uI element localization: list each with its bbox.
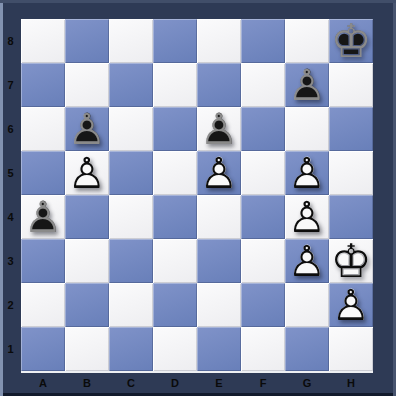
square-f4[interactable] (241, 195, 285, 239)
square-a6[interactable] (21, 107, 65, 151)
chess-board: ♚♔♟♙♟♙♟♙♟♙♟♙♟♙♟♙♟♙♟♙♚♔♟♙ (21, 19, 373, 373)
white-king-glyph-outline: ♔ (329, 239, 373, 283)
square-c6[interactable] (109, 107, 153, 151)
rank-label-5: 5 (0, 151, 21, 195)
piece-black-pawn[interactable]: ♟♙ (285, 63, 329, 107)
rank-label-4: 4 (0, 195, 21, 239)
square-h2[interactable]: ♟♙ (329, 283, 373, 327)
square-g2[interactable] (285, 283, 329, 327)
square-f5[interactable] (241, 151, 285, 195)
square-a8[interactable] (21, 19, 65, 63)
square-f1[interactable] (241, 327, 285, 371)
file-label-d: D (153, 373, 197, 393)
rank-label-2: 2 (0, 283, 21, 327)
file-label-a: A (21, 373, 65, 393)
square-e2[interactable] (197, 283, 241, 327)
white-pawn-glyph-outline: ♙ (285, 239, 329, 283)
piece-white-pawn[interactable]: ♟♙ (197, 151, 241, 195)
white-pawn-glyph-outline: ♙ (285, 195, 329, 239)
piece-white-pawn[interactable]: ♟♙ (285, 239, 329, 283)
piece-white-pawn[interactable]: ♟♙ (285, 151, 329, 195)
file-labels: ABCDEFGH (21, 373, 373, 393)
square-g3[interactable]: ♟♙ (285, 239, 329, 283)
square-g7[interactable]: ♟♙ (285, 63, 329, 107)
square-b2[interactable] (65, 283, 109, 327)
rank-label-3: 3 (0, 239, 21, 283)
square-h3[interactable]: ♚♔ (329, 239, 373, 283)
square-f8[interactable] (241, 19, 285, 63)
square-d6[interactable] (153, 107, 197, 151)
square-c7[interactable] (109, 63, 153, 107)
square-b7[interactable] (65, 63, 109, 107)
square-h5[interactable] (329, 151, 373, 195)
piece-black-pawn[interactable]: ♟♙ (21, 195, 65, 239)
square-d5[interactable] (153, 151, 197, 195)
square-f6[interactable] (241, 107, 285, 151)
black-king-glyph-outline: ♔ (329, 19, 373, 63)
square-b8[interactable] (65, 19, 109, 63)
piece-white-pawn[interactable]: ♟♙ (285, 195, 329, 239)
file-label-g: G (285, 373, 329, 393)
white-pawn-glyph-outline: ♙ (65, 151, 109, 195)
square-d8[interactable] (153, 19, 197, 63)
square-c5[interactable] (109, 151, 153, 195)
square-a1[interactable] (21, 327, 65, 371)
piece-black-pawn[interactable]: ♟♙ (197, 107, 241, 151)
square-a7[interactable] (21, 63, 65, 107)
piece-white-pawn[interactable]: ♟♙ (329, 283, 373, 327)
square-c2[interactable] (109, 283, 153, 327)
chess-board-widget: ♚♔♟♙♟♙♟♙♟♙♟♙♟♙♟♙♟♙♟♙♚♔♟♙ 87654321 ABCDEF… (0, 0, 396, 396)
rank-label-7: 7 (0, 63, 21, 107)
square-g8[interactable] (285, 19, 329, 63)
square-e5[interactable]: ♟♙ (197, 151, 241, 195)
black-pawn-glyph-outline: ♙ (21, 195, 65, 239)
rank-labels: 87654321 (0, 19, 21, 371)
square-a4[interactable]: ♟♙ (21, 195, 65, 239)
square-b3[interactable] (65, 239, 109, 283)
file-label-e: E (197, 373, 241, 393)
square-b4[interactable] (65, 195, 109, 239)
square-c3[interactable] (109, 239, 153, 283)
rank-label-6: 6 (0, 107, 21, 151)
black-pawn-glyph-outline: ♙ (65, 107, 109, 151)
square-b1[interactable] (65, 327, 109, 371)
square-h4[interactable] (329, 195, 373, 239)
square-c1[interactable] (109, 327, 153, 371)
piece-black-king[interactable]: ♚♔ (329, 19, 373, 63)
white-pawn-glyph-outline: ♙ (329, 283, 373, 327)
square-e8[interactable] (197, 19, 241, 63)
square-d1[interactable] (153, 327, 197, 371)
square-a2[interactable] (21, 283, 65, 327)
square-g6[interactable] (285, 107, 329, 151)
file-label-b: B (65, 373, 109, 393)
white-pawn-glyph-outline: ♙ (285, 151, 329, 195)
piece-black-pawn[interactable]: ♟♙ (65, 107, 109, 151)
square-h1[interactable] (329, 327, 373, 371)
square-e3[interactable] (197, 239, 241, 283)
square-h6[interactable] (329, 107, 373, 151)
square-e4[interactable] (197, 195, 241, 239)
square-a5[interactable] (21, 151, 65, 195)
square-c8[interactable] (109, 19, 153, 63)
square-a3[interactable] (21, 239, 65, 283)
square-h7[interactable] (329, 63, 373, 107)
square-b5[interactable]: ♟♙ (65, 151, 109, 195)
square-e7[interactable] (197, 63, 241, 107)
square-d7[interactable] (153, 63, 197, 107)
square-e1[interactable] (197, 327, 241, 371)
square-g4[interactable]: ♟♙ (285, 195, 329, 239)
square-d2[interactable] (153, 283, 197, 327)
square-h8[interactable]: ♚♔ (329, 19, 373, 63)
square-g5[interactable]: ♟♙ (285, 151, 329, 195)
file-label-c: C (109, 373, 153, 393)
square-f2[interactable] (241, 283, 285, 327)
piece-white-pawn[interactable]: ♟♙ (65, 151, 109, 195)
square-e6[interactable]: ♟♙ (197, 107, 241, 151)
square-d4[interactable] (153, 195, 197, 239)
square-c4[interactable] (109, 195, 153, 239)
black-pawn-glyph-outline: ♙ (197, 107, 241, 151)
black-pawn-glyph-outline: ♙ (285, 63, 329, 107)
square-g1[interactable] (285, 327, 329, 371)
square-f7[interactable] (241, 63, 285, 107)
square-b6[interactable]: ♟♙ (65, 107, 109, 151)
rank-label-1: 1 (0, 327, 21, 371)
file-label-f: F (241, 373, 285, 393)
square-f3[interactable] (241, 239, 285, 283)
rank-label-8: 8 (0, 19, 21, 63)
square-d3[interactable] (153, 239, 197, 283)
white-pawn-glyph-outline: ♙ (197, 151, 241, 195)
file-label-h: H (329, 373, 373, 393)
piece-white-king[interactable]: ♚♔ (329, 239, 373, 283)
